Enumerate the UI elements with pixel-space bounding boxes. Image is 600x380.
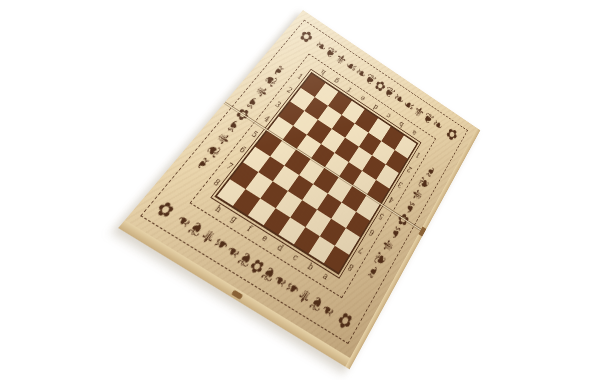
board-face: ❧❦⚜☙❧❦✿❦❧☙⚜❦❧ ❧❦⚜☙❧❦✿❦❧☙⚜❦❧ ❧❦⚜☙✿☙⚜❦❧ ❧❦… <box>125 10 477 358</box>
clasp-mark <box>231 290 243 300</box>
chess-board: ❧❦⚜☙❧❦✿❦❧☙⚜❦❧ ❧❦⚜☙❧❦✿❦❧☙⚜❦❧ ❧❦⚜☙✿☙⚜❦❧ ❧❦… <box>125 10 477 358</box>
photo-stage: ❧❦⚜☙❧❦✿❦❧☙⚜❦❧ ❧❦⚜☙❧❦✿❦❧☙⚜❦❧ ❧❦⚜☙✿☙⚜❦❧ ❧❦… <box>0 0 600 380</box>
